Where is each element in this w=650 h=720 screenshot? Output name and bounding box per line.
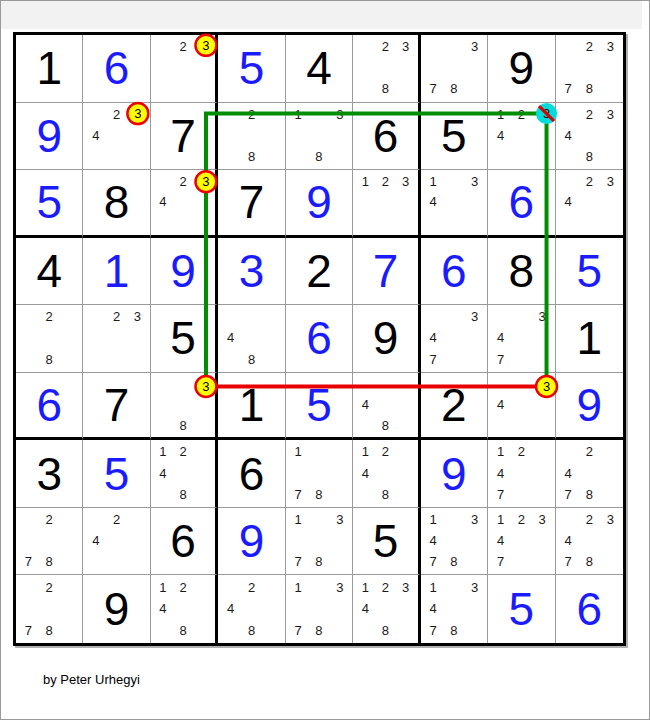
cell-r3c5[interactable]: 9 (286, 170, 353, 238)
cell-r1c8[interactable]: 9 (488, 35, 555, 103)
candidate-empty (60, 349, 81, 370)
candidate-empty (375, 192, 395, 213)
cell-r3c8[interactable]: 6 (488, 170, 555, 238)
candidate-empty (220, 146, 241, 167)
candidate-digit: 8 (579, 484, 600, 505)
solved-digit: 9 (441, 451, 467, 497)
cell-r9c1[interactable]: 278 (16, 575, 83, 643)
candidate-empty (85, 146, 106, 167)
cell-r7c5[interactable]: 178 (286, 440, 353, 508)
candidate-empty (309, 598, 330, 620)
cell-r6c7[interactable]: 2 (421, 373, 488, 441)
cell-r1c2[interactable]: 6 (83, 35, 150, 103)
candidate-digit: 3 (464, 36, 485, 57)
candidate-digit: 4 (153, 598, 173, 620)
cell-r2c7[interactable]: 5 (421, 103, 488, 171)
candidate-empty (309, 441, 330, 462)
candidate-empty (153, 212, 173, 233)
candidate-digit: 7 (490, 484, 511, 505)
cell-r4c8[interactable]: 8 (488, 238, 555, 306)
candidate-empty (558, 212, 579, 233)
candidate-digit: 4 (423, 530, 444, 551)
given-digit: 6 (373, 113, 399, 159)
candidate-empty (153, 484, 173, 505)
solved-digit: 9 (239, 518, 265, 564)
candidate-digit: 4 (355, 463, 375, 484)
candidate-empty (18, 327, 39, 348)
candidate-grid: 234 (85, 104, 147, 168)
given-digit: 7 (239, 179, 265, 225)
cell-r8c1[interactable]: 278 (16, 508, 83, 576)
candidate-empty (241, 306, 262, 327)
candidate-digit: 2 (39, 306, 60, 327)
candidate-empty (309, 509, 330, 530)
candidate-empty (423, 36, 444, 57)
candidate-digit: 8 (309, 619, 330, 641)
candidate-digit: 8 (39, 349, 60, 370)
candidate-empty (443, 349, 464, 370)
candidate-empty (600, 78, 621, 99)
cell-r1c1[interactable]: 1 (16, 35, 83, 103)
candidate-digit: 7 (558, 78, 579, 99)
candidate-digit: 3 (464, 509, 485, 530)
cell-r6c4[interactable]: 1 (218, 373, 285, 441)
cell-r7c2[interactable]: 5 (83, 440, 150, 508)
candidate-digit: 4 (85, 530, 106, 551)
candidate-grid: 2378 (558, 36, 621, 100)
cell-r2c3[interactable]: 7 (151, 103, 218, 171)
candidate-empty (85, 327, 106, 348)
solved-digit: 9 (576, 382, 602, 428)
cell-r7c9[interactable]: 2478 (556, 440, 623, 508)
candidate-empty (220, 125, 241, 146)
candidate-digit: 3 (532, 104, 553, 125)
candidate-digit: 8 (309, 146, 330, 167)
cell-r7c8[interactable]: 1247 (488, 440, 555, 508)
candidate-digit: 2 (375, 441, 395, 462)
cell-r4c1[interactable]: 4 (16, 238, 83, 306)
solved-digit: 6 (104, 45, 130, 91)
cell-r5c4[interactable]: 48 (218, 305, 285, 373)
candidate-empty (173, 394, 193, 415)
candidate-empty (532, 327, 553, 348)
candidate-empty (396, 619, 416, 641)
candidate-empty (18, 349, 39, 370)
candidate-digit: 8 (443, 551, 464, 572)
candidate-digit: 2 (106, 306, 127, 327)
given-digit: 1 (239, 382, 265, 428)
given-digit: 7 (170, 113, 196, 159)
candidate-digit: 8 (173, 619, 193, 641)
candidate-empty (355, 619, 375, 641)
candidate-empty (127, 349, 148, 370)
candidate-empty (262, 125, 283, 146)
candidate-empty (558, 509, 579, 530)
candidate-digit: 3 (127, 306, 148, 327)
cell-r4c3[interactable]: 9 (151, 238, 218, 306)
candidate-grid: 347 (423, 306, 485, 370)
cell-r6c6[interactable]: 48 (353, 373, 420, 441)
candidate-digit: 1 (355, 441, 375, 462)
candidate-empty (153, 415, 173, 436)
cell-r3c7[interactable]: 134 (421, 170, 488, 238)
cell-r8c6[interactable]: 5 (353, 508, 420, 576)
candidate-empty (375, 394, 395, 415)
cell-r9c5[interactable]: 1378 (286, 575, 353, 643)
candidate-empty (579, 212, 600, 233)
cell-r4c4[interactable]: 3 (218, 238, 285, 306)
candidate-digit: 4 (558, 125, 579, 146)
candidate-digit: 1 (355, 576, 375, 598)
cell-r5c8[interactable]: 347 (488, 305, 555, 373)
cell-r5c2[interactable]: 23 (83, 305, 150, 373)
candidate-empty (153, 57, 173, 78)
given-digit: 2 (441, 382, 467, 428)
candidate-empty (60, 619, 81, 641)
candidate-empty (600, 441, 621, 462)
candidate-empty (193, 415, 213, 436)
candidate-digit: 4 (423, 327, 444, 348)
cell-r5c5[interactable]: 6 (286, 305, 353, 373)
cell-r6c8[interactable]: 34 (488, 373, 555, 441)
cell-r9c4[interactable]: 248 (218, 575, 285, 643)
cell-r6c3[interactable]: 38 (151, 373, 218, 441)
candidate-empty (18, 530, 39, 551)
candidate-empty (423, 57, 444, 78)
cell-r8c5[interactable]: 1378 (286, 508, 353, 576)
candidate-empty (600, 57, 621, 78)
cell-r6c2[interactable]: 7 (83, 373, 150, 441)
candidate-empty (193, 463, 213, 484)
cell-r7c4[interactable]: 6 (218, 440, 285, 508)
candidate-empty (558, 36, 579, 57)
candidate-empty (241, 598, 262, 620)
candidate-empty (262, 327, 283, 348)
cell-r7c6[interactable]: 1248 (353, 440, 420, 508)
candidate-digit: 7 (18, 619, 39, 641)
candidate-empty (127, 146, 148, 167)
candidate-empty (375, 463, 395, 484)
candidate-digit: 4 (355, 598, 375, 620)
cell-r2c2[interactable]: 234 (83, 103, 150, 171)
candidate-empty (375, 57, 395, 78)
candidate-empty (396, 78, 416, 99)
candidate-empty (288, 125, 309, 146)
candidate-empty (193, 619, 213, 641)
candidate-digit: 1 (288, 509, 309, 530)
candidate-empty (443, 192, 464, 213)
candidate-digit: 2 (511, 441, 532, 462)
candidate-empty (329, 463, 350, 484)
cell-r3c6[interactable]: 123 (353, 170, 420, 238)
candidate-digit: 3 (600, 509, 621, 530)
cell-r8c8[interactable]: 12347 (488, 508, 555, 576)
cell-r9c7[interactable]: 13478 (421, 575, 488, 643)
candidate-grid: 178 (288, 441, 350, 505)
candidate-digit: 8 (309, 551, 330, 572)
cell-r4c6[interactable]: 7 (353, 238, 420, 306)
candidate-digit: 4 (153, 463, 173, 484)
cell-r2c8[interactable]: 1234 (488, 103, 555, 171)
candidate-digit: 4 (220, 327, 241, 348)
candidate-empty (532, 146, 553, 167)
candidate-empty (193, 576, 213, 598)
candidate-digit: 8 (241, 619, 262, 641)
cell-r3c9[interactable]: 234 (556, 170, 623, 238)
cell-r9c3[interactable]: 1248 (151, 575, 218, 643)
candidate-empty (511, 125, 532, 146)
candidate-empty (173, 598, 193, 620)
candidate-digit: 7 (423, 349, 444, 370)
candidate-empty (262, 306, 283, 327)
candidate-empty (262, 576, 283, 598)
candidate-digit: 2 (511, 104, 532, 125)
candidate-grid: 234 (558, 171, 621, 233)
candidate-empty (309, 125, 330, 146)
solved-digit: 9 (170, 248, 196, 294)
candidate-empty (220, 349, 241, 370)
candidate-digit: 1 (153, 441, 173, 462)
candidate-empty (262, 146, 283, 167)
candidate-empty (443, 598, 464, 620)
cell-r3c1[interactable]: 5 (16, 170, 83, 238)
cell-r6c1[interactable]: 6 (16, 373, 83, 441)
candidate-empty (490, 415, 511, 436)
candidate-empty (220, 104, 241, 125)
solved-digit: 1 (104, 248, 130, 294)
cell-r8c9[interactable]: 23478 (556, 508, 623, 576)
candidate-empty (558, 171, 579, 192)
cell-r5c3[interactable]: 5 (151, 305, 218, 373)
candidate-empty (464, 192, 485, 213)
candidate-empty (309, 463, 330, 484)
candidate-empty (355, 57, 375, 78)
candidate-empty (309, 530, 330, 551)
candidate-empty (511, 463, 532, 484)
cell-r1c7[interactable]: 378 (421, 35, 488, 103)
candidate-digit: 3 (464, 576, 485, 598)
cell-r8c2[interactable]: 24 (83, 508, 150, 576)
candidate-grid: 278 (18, 576, 80, 641)
cell-r8c4[interactable]: 9 (218, 508, 285, 576)
candidate-empty (193, 57, 213, 78)
candidate-digit: 3 (193, 36, 213, 57)
candidate-empty (355, 192, 375, 213)
candidate-digit: 3 (532, 509, 553, 530)
candidate-digit: 7 (490, 551, 511, 572)
cell-r2c9[interactable]: 2348 (556, 103, 623, 171)
cell-r3c2[interactable]: 8 (83, 170, 150, 238)
candidate-empty (532, 463, 553, 484)
solved-digit: 9 (36, 113, 62, 159)
given-digit: 5 (373, 518, 399, 564)
candidate-digit: 3 (532, 374, 553, 395)
candidate-empty (532, 551, 553, 572)
given-digit: 4 (36, 248, 62, 294)
candidate-empty (511, 415, 532, 436)
candidate-digit: 4 (153, 192, 173, 213)
cell-r7c1[interactable]: 3 (16, 440, 83, 508)
cell-r4c9[interactable]: 5 (556, 238, 623, 306)
candidate-empty (153, 619, 173, 641)
cell-r1c4[interactable]: 5 (218, 35, 285, 103)
cell-r1c5[interactable]: 4 (286, 35, 353, 103)
candidate-empty (490, 374, 511, 395)
candidate-empty (220, 619, 241, 641)
given-digit: 4 (306, 45, 332, 91)
candidate-empty (511, 306, 532, 327)
candidate-grid: 13478 (423, 509, 485, 573)
candidate-empty (329, 598, 350, 620)
candidate-grid: 123 (355, 171, 415, 233)
cell-r6c5[interactable]: 5 (286, 373, 353, 441)
candidate-empty (193, 484, 213, 505)
candidate-empty (288, 146, 309, 167)
cell-r3c3[interactable]: 234 (151, 170, 218, 238)
candidate-digit: 4 (490, 125, 511, 146)
cell-r3c4[interactable]: 7 (218, 170, 285, 238)
given-digit: 7 (104, 382, 130, 428)
candidate-empty (396, 212, 416, 233)
candidate-grid: 1378 (288, 509, 350, 573)
candidate-empty (600, 212, 621, 233)
candidate-empty (511, 394, 532, 415)
candidate-digit: 3 (600, 104, 621, 125)
cell-r4c2[interactable]: 1 (83, 238, 150, 306)
candidate-grid: 28 (18, 306, 80, 370)
candidate-empty (464, 349, 485, 370)
candidate-digit: 8 (173, 484, 193, 505)
candidate-digit: 1 (490, 441, 511, 462)
candidate-digit: 8 (309, 484, 330, 505)
candidate-empty (490, 146, 511, 167)
cell-r9c8[interactable]: 5 (488, 575, 555, 643)
candidate-empty (329, 619, 350, 641)
cell-r2c5[interactable]: 138 (286, 103, 353, 171)
solved-digit: 7 (373, 248, 399, 294)
cell-r9c2[interactable]: 9 (83, 575, 150, 643)
candidate-digit: 3 (600, 171, 621, 192)
cell-r2c6[interactable]: 6 (353, 103, 420, 171)
cell-r7c3[interactable]: 1248 (151, 440, 218, 508)
candidate-empty (511, 374, 532, 395)
candidate-empty (60, 530, 81, 551)
candidate-empty (60, 598, 81, 620)
candidate-grid: 12347 (490, 509, 552, 573)
candidate-grid: 1248 (355, 441, 415, 505)
candidate-empty (579, 125, 600, 146)
solved-digit: 5 (576, 248, 602, 294)
candidate-empty (600, 192, 621, 213)
candidate-digit: 7 (423, 78, 444, 99)
candidate-digit: 8 (39, 551, 60, 572)
cell-r7c7[interactable]: 9 (421, 440, 488, 508)
candidate-digit: 1 (423, 509, 444, 530)
candidate-empty (193, 598, 213, 620)
candidate-digit: 4 (558, 530, 579, 551)
candidate-digit: 3 (464, 306, 485, 327)
candidate-empty (329, 551, 350, 572)
candidate-empty (127, 551, 148, 572)
candidate-empty (288, 463, 309, 484)
candidate-digit: 4 (490, 530, 511, 551)
candidate-empty (60, 576, 81, 598)
candidate-digit: 4 (490, 327, 511, 348)
cell-r8c7[interactable]: 13478 (421, 508, 488, 576)
sudoku-board: 1623542383789237892347281386512342348582… (13, 32, 626, 646)
candidate-digit: 2 (579, 171, 600, 192)
cell-r2c1[interactable]: 9 (16, 103, 83, 171)
candidate-empty (193, 78, 213, 99)
candidate-empty (288, 598, 309, 620)
candidate-digit: 7 (490, 349, 511, 370)
candidate-digit: 8 (579, 551, 600, 572)
candidate-empty (329, 441, 350, 462)
candidate-grid: 1247 (490, 441, 552, 505)
candidate-empty (600, 484, 621, 505)
cell-r9c6[interactable]: 12348 (353, 575, 420, 643)
cell-r4c7[interactable]: 6 (421, 238, 488, 306)
candidate-empty (329, 125, 350, 146)
cell-r1c6[interactable]: 238 (353, 35, 420, 103)
candidate-digit: 7 (558, 484, 579, 505)
cell-r8c3[interactable]: 6 (151, 508, 218, 576)
candidate-empty (153, 171, 173, 192)
cell-r5c1[interactable]: 28 (16, 305, 83, 373)
candidate-digit: 1 (423, 576, 444, 598)
candidate-empty (39, 598, 60, 620)
candidate-empty (443, 36, 464, 57)
solved-digit: 5 (306, 382, 332, 428)
cell-r1c9[interactable]: 2378 (556, 35, 623, 103)
candidate-grid: 12348 (355, 576, 415, 641)
given-digit: 5 (441, 113, 467, 159)
candidate-grid: 134 (423, 171, 485, 233)
candidate-empty (329, 484, 350, 505)
candidate-empty (423, 212, 444, 233)
candidate-digit: 7 (288, 551, 309, 572)
cell-r5c7[interactable]: 347 (421, 305, 488, 373)
cell-r4c5[interactable]: 2 (286, 238, 353, 306)
candidate-empty (193, 394, 213, 415)
candidate-empty (173, 192, 193, 213)
candidate-digit: 1 (490, 104, 511, 125)
candidate-grid: 23478 (558, 509, 621, 573)
candidate-empty (355, 212, 375, 233)
candidate-empty (106, 125, 127, 146)
candidate-grid: 1248 (153, 576, 213, 641)
candidate-digit: 3 (396, 576, 416, 598)
cell-r1c3[interactable]: 23 (151, 35, 218, 103)
candidate-digit: 3 (127, 104, 148, 125)
cell-r9c9[interactable]: 6 (556, 575, 623, 643)
candidate-empty (60, 306, 81, 327)
cell-r5c9[interactable]: 1 (556, 305, 623, 373)
cell-r2c4[interactable]: 28 (218, 103, 285, 171)
candidate-empty (511, 146, 532, 167)
candidate-digit: 3 (193, 171, 213, 192)
candidate-digit: 2 (106, 104, 127, 125)
candidate-grid: 347 (490, 306, 552, 370)
cell-r5c6[interactable]: 9 (353, 305, 420, 373)
candidate-empty (220, 306, 241, 327)
candidate-digit: 8 (173, 415, 193, 436)
candidate-empty (355, 78, 375, 99)
candidate-empty (600, 146, 621, 167)
cell-r6c9[interactable]: 9 (556, 373, 623, 441)
candidate-empty (193, 441, 213, 462)
candidate-empty (262, 104, 283, 125)
